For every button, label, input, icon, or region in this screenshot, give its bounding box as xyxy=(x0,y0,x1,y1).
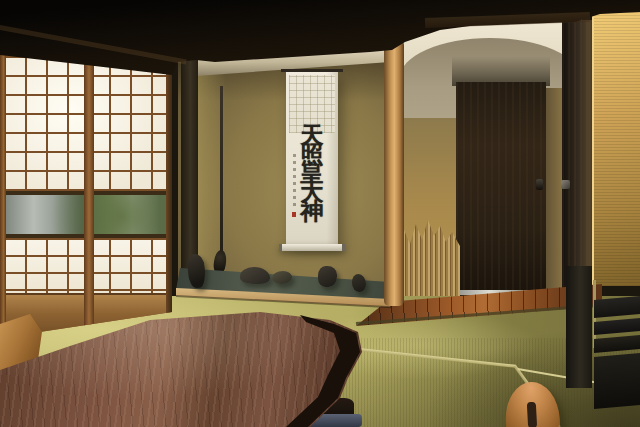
shoji-stile xyxy=(84,48,94,338)
chair-handle-slot xyxy=(527,402,537,427)
tray xyxy=(594,335,640,353)
display-stone xyxy=(272,271,292,284)
door-handle xyxy=(536,179,543,190)
tray xyxy=(594,353,640,409)
display-stone xyxy=(318,266,337,287)
display-stone xyxy=(240,267,270,284)
display-stone xyxy=(352,274,366,292)
accent-wall xyxy=(592,6,640,286)
shoji-stile xyxy=(0,48,6,338)
entrance-door xyxy=(456,82,546,292)
side-panel-latch xyxy=(561,180,570,189)
hanging-pole xyxy=(220,86,223,258)
calligraphy-char-5: 神 xyxy=(301,202,324,221)
scroll-inscription-marks xyxy=(293,154,296,208)
tray xyxy=(594,296,640,318)
calligraphy-scroll: 天 照 皇 大 神 xyxy=(286,72,338,246)
dark-post xyxy=(566,266,592,388)
shoji-screens xyxy=(0,48,172,338)
washitsu-room-photo: 天 照 皇 大 神 xyxy=(0,0,640,427)
tray xyxy=(594,318,640,335)
alcove-pillar xyxy=(384,40,404,306)
shoji-stile xyxy=(166,48,172,338)
scroll-bottom-roller xyxy=(279,244,345,251)
scroll-red-seal xyxy=(292,212,296,217)
stacked-trays xyxy=(594,296,640,427)
side-panel-door-edge xyxy=(562,20,596,298)
